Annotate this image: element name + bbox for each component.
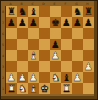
square-e5[interactable]: ♟ bbox=[50, 39, 61, 50]
square-c7[interactable]: ♟ bbox=[28, 17, 39, 28]
square-e8[interactable] bbox=[50, 6, 61, 17]
piece-white-pawn[interactable]: ♟ bbox=[83, 61, 94, 72]
file-label: G bbox=[72, 2, 81, 6]
square-c6[interactable] bbox=[28, 28, 39, 39]
file-label: D bbox=[39, 2, 48, 6]
square-e7[interactable]: ♚ bbox=[50, 17, 61, 28]
square-a1[interactable]: ♜ bbox=[6, 83, 17, 94]
chess-board[interactable]: ♜♞♝♞♜♟♟♟♚♟♟♟♟♝♟♟♟♟♟♞♝♟♜♞♝♚♜ bbox=[5, 6, 93, 94]
frame-shadow-right bbox=[94, 1, 97, 99]
chess-board-frame: ABCDEFGH 87654321 ♜♞♝♞♜♟♟♟♚♟♟♟♟♝♟♟♟♟♟♞♝♟… bbox=[0, 0, 98, 100]
square-b5[interactable] bbox=[17, 39, 28, 50]
square-d7[interactable] bbox=[39, 17, 50, 28]
square-c8[interactable]: ♝ bbox=[28, 6, 39, 17]
square-h3[interactable]: ♟ bbox=[83, 61, 94, 72]
piece-black-knight[interactable]: ♞ bbox=[17, 6, 28, 17]
square-a8[interactable]: ♜ bbox=[6, 6, 17, 17]
square-c4[interactable]: ♝ bbox=[28, 50, 39, 61]
square-b3[interactable] bbox=[17, 61, 28, 72]
square-f7[interactable]: ♟ bbox=[61, 17, 72, 28]
square-d2[interactable] bbox=[39, 72, 50, 83]
piece-black-pawn[interactable]: ♟ bbox=[83, 17, 94, 28]
file-label: F bbox=[61, 2, 70, 6]
piece-white-bishop[interactable]: ♝ bbox=[28, 50, 39, 61]
square-d8[interactable] bbox=[39, 6, 50, 17]
square-f1[interactable]: ♜ bbox=[61, 83, 72, 94]
square-a6[interactable] bbox=[6, 28, 17, 39]
square-c2[interactable]: ♟ bbox=[28, 72, 39, 83]
piece-white-knight[interactable]: ♞ bbox=[50, 72, 61, 83]
square-h8[interactable]: ♜ bbox=[83, 6, 94, 17]
square-b1[interactable]: ♞ bbox=[17, 83, 28, 94]
square-e3[interactable] bbox=[50, 61, 61, 72]
piece-black-pawn[interactable]: ♟ bbox=[17, 17, 28, 28]
piece-black-bishop[interactable]: ♝ bbox=[61, 72, 72, 83]
square-a2[interactable]: ♟ bbox=[6, 72, 17, 83]
file-label: A bbox=[6, 2, 15, 6]
piece-white-pawn[interactable]: ♟ bbox=[72, 72, 83, 83]
square-h2[interactable] bbox=[83, 72, 94, 83]
piece-white-pawn[interactable]: ♟ bbox=[6, 72, 17, 83]
piece-black-rook[interactable]: ♜ bbox=[83, 6, 94, 17]
file-label: H bbox=[83, 2, 92, 6]
piece-black-rook[interactable]: ♜ bbox=[6, 6, 17, 17]
square-h6[interactable] bbox=[83, 28, 94, 39]
square-g7[interactable]: ♟ bbox=[72, 17, 83, 28]
square-d4[interactable] bbox=[39, 50, 50, 61]
piece-black-pawn[interactable]: ♟ bbox=[28, 17, 39, 28]
square-f3[interactable] bbox=[61, 61, 72, 72]
square-c1[interactable]: ♝ bbox=[28, 83, 39, 94]
square-h4[interactable] bbox=[83, 50, 94, 61]
square-f2[interactable]: ♝ bbox=[61, 72, 72, 83]
piece-black-pawn[interactable]: ♟ bbox=[72, 17, 83, 28]
piece-white-pawn[interactable]: ♟ bbox=[17, 72, 28, 83]
square-f6[interactable] bbox=[61, 28, 72, 39]
square-e2[interactable]: ♞ bbox=[50, 72, 61, 83]
frame-shadow-bottom bbox=[1, 96, 97, 99]
square-g5[interactable] bbox=[72, 39, 83, 50]
piece-black-pawn[interactable]: ♟ bbox=[61, 17, 72, 28]
square-b4[interactable] bbox=[17, 50, 28, 61]
square-a7[interactable]: ♟ bbox=[6, 17, 17, 28]
square-g4[interactable] bbox=[72, 50, 83, 61]
square-e1[interactable] bbox=[50, 83, 61, 94]
piece-black-king[interactable]: ♚ bbox=[50, 17, 61, 28]
piece-black-bishop[interactable]: ♝ bbox=[28, 6, 39, 17]
file-label: E bbox=[50, 2, 59, 6]
square-b8[interactable]: ♞ bbox=[17, 6, 28, 17]
file-label: B bbox=[17, 2, 26, 6]
square-g6[interactable] bbox=[72, 28, 83, 39]
piece-black-pawn[interactable]: ♟ bbox=[50, 39, 61, 50]
square-d3[interactable] bbox=[39, 61, 50, 72]
square-f4[interactable] bbox=[61, 50, 72, 61]
square-d6[interactable] bbox=[39, 28, 50, 39]
square-c5[interactable] bbox=[28, 39, 39, 50]
piece-white-bishop[interactable]: ♝ bbox=[28, 83, 39, 94]
piece-white-king[interactable]: ♚ bbox=[39, 83, 50, 94]
square-g3[interactable] bbox=[72, 61, 83, 72]
square-f5[interactable] bbox=[61, 39, 72, 50]
square-d5[interactable] bbox=[39, 39, 50, 50]
square-d1[interactable]: ♚ bbox=[39, 83, 50, 94]
square-h7[interactable]: ♟ bbox=[83, 17, 94, 28]
piece-white-pawn[interactable]: ♟ bbox=[50, 50, 61, 61]
square-c3[interactable] bbox=[28, 61, 39, 72]
square-e4[interactable]: ♟ bbox=[50, 50, 61, 61]
square-a5[interactable] bbox=[6, 39, 17, 50]
piece-black-pawn[interactable]: ♟ bbox=[6, 17, 17, 28]
square-g1[interactable] bbox=[72, 83, 83, 94]
piece-white-rook[interactable]: ♜ bbox=[6, 83, 17, 94]
square-b2[interactable]: ♟ bbox=[17, 72, 28, 83]
piece-white-rook[interactable]: ♜ bbox=[61, 83, 72, 94]
square-b7[interactable]: ♟ bbox=[17, 17, 28, 28]
piece-white-knight[interactable]: ♞ bbox=[17, 83, 28, 94]
piece-black-knight[interactable]: ♞ bbox=[72, 6, 83, 17]
square-f8[interactable] bbox=[61, 6, 72, 17]
square-b6[interactable] bbox=[17, 28, 28, 39]
square-a3[interactable] bbox=[6, 61, 17, 72]
square-e6[interactable] bbox=[50, 28, 61, 39]
square-h1[interactable] bbox=[83, 83, 94, 94]
piece-white-pawn[interactable]: ♟ bbox=[28, 72, 39, 83]
square-a4[interactable] bbox=[6, 50, 17, 61]
file-label: C bbox=[28, 2, 37, 6]
square-g8[interactable]: ♞ bbox=[72, 6, 83, 17]
square-g2[interactable]: ♟ bbox=[72, 72, 83, 83]
square-h5[interactable] bbox=[83, 39, 94, 50]
